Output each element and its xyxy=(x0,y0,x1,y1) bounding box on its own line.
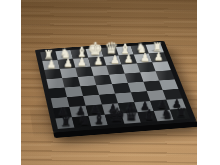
square-r1c6: ♟ xyxy=(134,53,152,63)
square-r4c1 xyxy=(65,86,83,97)
square-r4c7 xyxy=(159,79,178,90)
chess-board: ♜♞♝♚♛♝♞♜♟♟♟♟♟♟♟♟♟♟♟♟♟♟♟♟♜♞♝♚♛♝♞♜ xyxy=(35,41,197,133)
piece-white-pawn: ♟ xyxy=(107,54,123,65)
piece-white-pawn: ♟ xyxy=(137,52,153,63)
square-r1c0: ♟ xyxy=(42,60,60,70)
wood-table: ♜♞♝♚♛♝♞♜♟♟♟♟♟♟♟♟♟♟♟♟♟♟♟♟♜♞♝♚♛♝♞♜ xyxy=(21,0,197,165)
piece-black-knight: ♞ xyxy=(158,107,175,121)
square-r3c5 xyxy=(125,72,144,82)
piece-white-pawn: ♟ xyxy=(121,53,137,64)
board-grid: ♜♞♝♚♛♝♞♜♟♟♟♟♟♟♟♟♟♟♟♟♟♟♟♟♜♞♝♚♛♝♞♜ xyxy=(40,44,190,129)
piece-white-pawn: ♟ xyxy=(44,59,60,70)
piece-white-pawn: ♟ xyxy=(74,57,90,68)
piece-white-pawn: ♟ xyxy=(91,55,107,66)
piece-black-knight: ♞ xyxy=(76,113,93,127)
white-margin-right xyxy=(197,0,220,165)
piece-white-pawn: ♟ xyxy=(60,58,76,69)
square-r4c3 xyxy=(96,84,115,95)
square-r1c1: ♟ xyxy=(58,59,76,69)
scene: ♜♞♝♚♛♝♞♜♟♟♟♟♟♟♟♟♟♟♟♟♟♟♟♟♜♞♝♚♛♝♞♜ xyxy=(21,0,197,165)
square-r2c7 xyxy=(152,61,171,71)
piece-black-king: ♚ xyxy=(108,105,125,124)
square-r7c5: ♝ xyxy=(138,111,158,123)
square-r7c0: ♜ xyxy=(55,117,74,129)
piece-black-bishop: ♝ xyxy=(141,107,158,122)
square-r7c1: ♞ xyxy=(72,116,91,128)
piece-black-rook: ♜ xyxy=(58,116,75,129)
piece-black-rook: ♜ xyxy=(173,107,190,120)
piece-black-bishop: ♝ xyxy=(90,111,107,126)
product-photo: ♜♞♝♚♛♝♞♜♟♟♟♟♟♟♟♟♟♟♟♟♟♟♟♟♜♞♝♚♛♝♞♜ xyxy=(0,0,220,165)
square-r1c3: ♟ xyxy=(88,57,106,67)
square-r7c3: ♚ xyxy=(105,113,125,125)
white-margin-left xyxy=(0,0,21,165)
piece-black-queen: ♛ xyxy=(123,106,140,123)
square-r3c0 xyxy=(46,78,64,89)
piece-white-pawn: ♟ xyxy=(151,51,167,62)
